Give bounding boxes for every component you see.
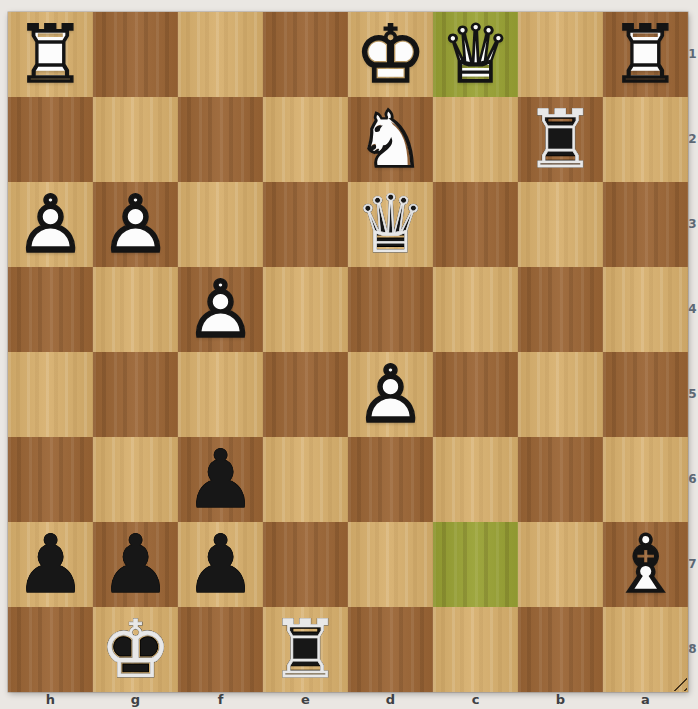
- piece-white-rook[interactable]: ♜♖: [8, 12, 93, 97]
- pawn-glyph-outline: ♟: [8, 522, 93, 607]
- square-f1[interactable]: [178, 12, 263, 97]
- square-a1[interactable]: ♜♖: [603, 12, 688, 97]
- square-g2[interactable]: [93, 97, 178, 182]
- queen-glyph-fill: ♛: [433, 12, 518, 97]
- square-e2[interactable]: [263, 97, 348, 182]
- piece-black-king[interactable]: ♚♔: [93, 607, 178, 692]
- king-glyph-outline: ♔: [93, 607, 178, 692]
- square-b7[interactable]: [518, 522, 603, 607]
- rook-glyph-fill: ♜: [518, 97, 603, 182]
- rank-label-5: 5: [687, 352, 698, 437]
- square-f3[interactable]: [178, 182, 263, 267]
- square-c2[interactable]: [433, 97, 518, 182]
- piece-black-rook[interactable]: ♜♖: [518, 97, 603, 182]
- square-c4[interactable]: [433, 267, 518, 352]
- rook-glyph-outline: ♖: [8, 12, 93, 97]
- square-g8[interactable]: ♚♔: [93, 607, 178, 692]
- piece-black-pawn[interactable]: ♟♟: [8, 522, 93, 607]
- piece-white-pawn[interactable]: ♟♙: [8, 182, 93, 267]
- piece-white-knight[interactable]: ♞♘: [348, 97, 433, 182]
- rook-glyph-outline: ♖: [603, 12, 688, 97]
- rank-label-2: 2: [687, 97, 698, 182]
- pawn-glyph-outline: ♟: [93, 522, 178, 607]
- pawn-glyph-outline: ♙: [8, 182, 93, 267]
- square-c6[interactable]: [433, 437, 518, 522]
- square-h7[interactable]: ♟♟: [8, 522, 93, 607]
- square-c7[interactable]: [433, 522, 518, 607]
- square-b2[interactable]: ♜♖: [518, 97, 603, 182]
- square-e7[interactable]: [263, 522, 348, 607]
- square-d7[interactable]: [348, 522, 433, 607]
- rank-label-8: 8: [687, 607, 698, 692]
- square-b8[interactable]: [518, 607, 603, 692]
- square-g1[interactable]: [93, 12, 178, 97]
- piece-white-pawn[interactable]: ♟♙: [348, 352, 433, 437]
- pawn-glyph-fill: ♟: [178, 267, 263, 352]
- piece-black-pawn[interactable]: ♟♟: [178, 522, 263, 607]
- file-label-e: e: [263, 691, 348, 709]
- file-label-c: c: [433, 691, 518, 709]
- rook-glyph-fill: ♜: [603, 12, 688, 97]
- pawn-glyph-fill: ♟: [93, 522, 178, 607]
- square-b4[interactable]: [518, 267, 603, 352]
- rank-label-1: 1: [687, 12, 698, 97]
- square-g5[interactable]: [93, 352, 178, 437]
- square-h4[interactable]: [8, 267, 93, 352]
- file-label-g: g: [93, 691, 178, 709]
- square-a2[interactable]: [603, 97, 688, 182]
- square-g3[interactable]: ♟♙: [93, 182, 178, 267]
- rook-glyph-fill: ♜: [8, 12, 93, 97]
- square-e4[interactable]: [263, 267, 348, 352]
- queen-glyph-outline: ♕: [433, 12, 518, 97]
- rook-glyph-fill: ♜: [263, 607, 348, 692]
- square-b6[interactable]: [518, 437, 603, 522]
- square-c3[interactable]: [433, 182, 518, 267]
- piece-white-bishop[interactable]: ♝♗: [603, 522, 688, 607]
- piece-white-pawn[interactable]: ♟♙: [178, 267, 263, 352]
- square-d5[interactable]: ♟♙: [348, 352, 433, 437]
- file-label-d: d: [348, 691, 433, 709]
- square-f8[interactable]: [178, 607, 263, 692]
- pawn-glyph-fill: ♟: [348, 352, 433, 437]
- rank-label-6: 6: [687, 437, 698, 522]
- square-a8[interactable]: [603, 607, 688, 692]
- square-h8[interactable]: [8, 607, 93, 692]
- square-f6[interactable]: ♟♟: [178, 437, 263, 522]
- square-f2[interactable]: [178, 97, 263, 182]
- chess-board: ♜♖♚♔♛♕♜♖♞♘♜♖♟♙♟♙♛♕♟♙♟♙♟♟♟♟♟♟♟♟♝♗♚♔♜♖: [8, 12, 688, 692]
- square-e5[interactable]: [263, 352, 348, 437]
- piece-black-rook[interactable]: ♜♖: [263, 607, 348, 692]
- square-f7[interactable]: ♟♟: [178, 522, 263, 607]
- rook-glyph-outline: ♖: [518, 97, 603, 182]
- king-glyph-fill: ♚: [348, 12, 433, 97]
- pawn-glyph-fill: ♟: [8, 522, 93, 607]
- rank-label-3: 3: [687, 182, 698, 267]
- square-c8[interactable]: [433, 607, 518, 692]
- square-a7[interactable]: ♝♗: [603, 522, 688, 607]
- piece-black-queen[interactable]: ♛♕: [348, 182, 433, 267]
- square-a4[interactable]: [603, 267, 688, 352]
- square-c5[interactable]: [433, 352, 518, 437]
- piece-black-pawn[interactable]: ♟♟: [93, 522, 178, 607]
- square-f5[interactable]: [178, 352, 263, 437]
- square-h3[interactable]: ♟♙: [8, 182, 93, 267]
- rank-label-7: 7: [687, 522, 698, 607]
- chess-app-canvas: ♜♖♚♔♛♕♜♖♞♘♜♖♟♙♟♙♛♕♟♙♟♙♟♟♟♟♟♟♟♟♝♗♚♔♜♖ 123…: [0, 0, 698, 709]
- pawn-glyph-fill: ♟: [8, 182, 93, 267]
- pawn-glyph-outline: ♙: [178, 267, 263, 352]
- file-label-h: h: [8, 691, 93, 709]
- queen-glyph-outline: ♕: [348, 182, 433, 267]
- square-e1[interactable]: [263, 12, 348, 97]
- square-h1[interactable]: ♜♖: [8, 12, 93, 97]
- king-glyph-outline: ♔: [348, 12, 433, 97]
- piece-white-king[interactable]: ♚♔: [348, 12, 433, 97]
- square-g6[interactable]: [93, 437, 178, 522]
- pawn-glyph-fill: ♟: [178, 522, 263, 607]
- knight-glyph-outline: ♘: [348, 97, 433, 182]
- pawn-glyph-outline: ♙: [348, 352, 433, 437]
- rank-label-4: 4: [687, 267, 698, 352]
- square-c1[interactable]: ♛♕: [433, 12, 518, 97]
- square-a3[interactable]: [603, 182, 688, 267]
- pawn-glyph-outline: ♟: [178, 522, 263, 607]
- file-label-a: a: [603, 691, 688, 709]
- square-d1[interactable]: ♚♔: [348, 12, 433, 97]
- square-g7[interactable]: ♟♟: [93, 522, 178, 607]
- queen-glyph-fill: ♛: [348, 182, 433, 267]
- square-h6[interactable]: [8, 437, 93, 522]
- pawn-glyph-fill: ♟: [178, 437, 263, 522]
- square-d3[interactable]: ♛♕: [348, 182, 433, 267]
- piece-black-pawn[interactable]: ♟♟: [178, 437, 263, 522]
- piece-white-pawn[interactable]: ♟♙: [93, 182, 178, 267]
- bishop-glyph-fill: ♝: [603, 522, 688, 607]
- square-a5[interactable]: [603, 352, 688, 437]
- file-label-b: b: [518, 691, 603, 709]
- square-d2[interactable]: ♞♘: [348, 97, 433, 182]
- square-d8[interactable]: [348, 607, 433, 692]
- pawn-glyph-outline: ♙: [93, 182, 178, 267]
- square-f4[interactable]: ♟♙: [178, 267, 263, 352]
- pawn-glyph-fill: ♟: [93, 182, 178, 267]
- piece-white-queen[interactable]: ♛♕: [433, 12, 518, 97]
- square-e8[interactable]: ♜♖: [263, 607, 348, 692]
- knight-glyph-fill: ♞: [348, 97, 433, 182]
- square-e3[interactable]: [263, 182, 348, 267]
- file-label-f: f: [178, 691, 263, 709]
- square-h5[interactable]: [8, 352, 93, 437]
- square-b1[interactable]: [518, 12, 603, 97]
- square-b5[interactable]: [518, 352, 603, 437]
- king-glyph-fill: ♚: [93, 607, 178, 692]
- bishop-glyph-outline: ♗: [603, 522, 688, 607]
- piece-white-rook[interactable]: ♜♖: [603, 12, 688, 97]
- square-g4[interactable]: [93, 267, 178, 352]
- rook-glyph-outline: ♖: [263, 607, 348, 692]
- square-d4[interactable]: [348, 267, 433, 352]
- square-h2[interactable]: [8, 97, 93, 182]
- square-d6[interactable]: [348, 437, 433, 522]
- square-e6[interactable]: [263, 437, 348, 522]
- square-a6[interactable]: [603, 437, 688, 522]
- square-b3[interactable]: [518, 182, 603, 267]
- pawn-glyph-outline: ♟: [178, 437, 263, 522]
